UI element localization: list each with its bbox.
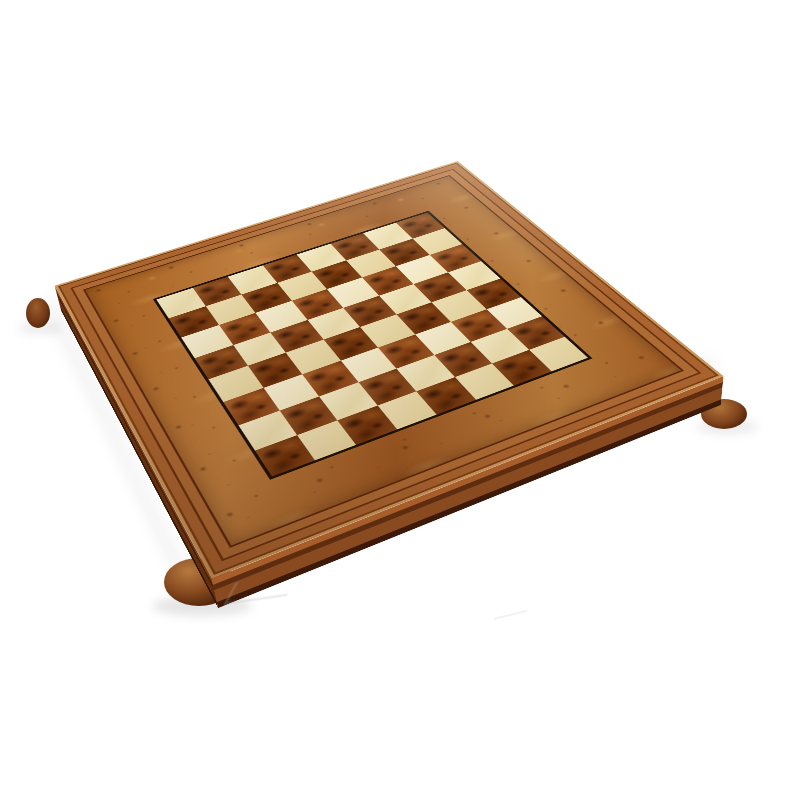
square[interactable] <box>263 374 319 411</box>
square[interactable] <box>492 350 552 386</box>
square[interactable] <box>471 329 529 363</box>
square[interactable] <box>507 316 565 349</box>
square[interactable] <box>337 405 397 445</box>
square[interactable] <box>358 369 416 406</box>
square[interactable] <box>255 435 315 477</box>
square[interactable] <box>454 363 514 400</box>
square[interactable] <box>195 345 248 379</box>
square[interactable] <box>323 327 378 361</box>
square[interactable] <box>239 411 297 451</box>
square[interactable] <box>378 334 434 368</box>
square[interactable] <box>377 391 437 430</box>
chess-board <box>55 161 724 579</box>
square[interactable] <box>208 366 262 402</box>
square[interactable] <box>434 342 492 377</box>
product-photo-canvas <box>0 0 800 800</box>
square[interactable] <box>223 388 279 426</box>
scene <box>0 0 800 800</box>
square[interactable] <box>416 377 476 415</box>
square[interactable] <box>319 382 377 420</box>
square[interactable] <box>279 396 337 435</box>
square[interactable] <box>302 361 358 397</box>
square[interactable] <box>415 322 471 356</box>
square[interactable] <box>296 420 356 460</box>
square[interactable] <box>340 347 396 382</box>
square[interactable] <box>396 355 454 391</box>
square[interactable] <box>528 336 588 371</box>
square[interactable] <box>247 353 302 388</box>
square[interactable] <box>286 340 341 374</box>
